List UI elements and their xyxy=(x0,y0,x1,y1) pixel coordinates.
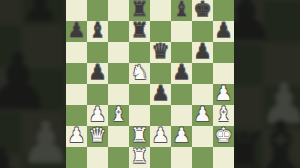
square-a1[interactable] xyxy=(66,147,87,168)
blurred-pawn-shape: ♟ xyxy=(20,0,59,28)
square-d7[interactable]: ♜ xyxy=(129,21,150,42)
black-king-g8[interactable]: ♚ xyxy=(194,0,212,20)
square-e6[interactable]: ♛ xyxy=(150,42,171,63)
square-b1[interactable] xyxy=(87,147,108,168)
square-c6[interactable] xyxy=(108,42,129,63)
square-a2[interactable]: ♟ xyxy=(66,126,87,147)
white-bishop-c3[interactable]: ♝ xyxy=(110,104,128,125)
square-a7[interactable]: ♟ xyxy=(66,21,87,42)
black-bishop-f8[interactable]: ♝ xyxy=(173,0,191,20)
square-h1[interactable] xyxy=(213,147,234,168)
square-c7[interactable] xyxy=(108,21,129,42)
white-rook-d1[interactable]: ♜ xyxy=(131,146,149,167)
square-e8[interactable] xyxy=(150,0,171,21)
square-e1[interactable] xyxy=(150,147,171,168)
square-f7[interactable] xyxy=(171,21,192,42)
white-knight-d5[interactable]: ♞ xyxy=(131,62,149,83)
square-d5[interactable]: ♞ xyxy=(129,63,150,84)
square-f8[interactable]: ♝ xyxy=(171,0,192,21)
square-c1[interactable] xyxy=(108,147,129,168)
background-blur-right: ♟♟♜♝ xyxy=(234,0,300,168)
square-b7[interactable]: ♝ xyxy=(87,21,108,42)
black-queen-e6[interactable]: ♛ xyxy=(152,41,170,62)
background-blur-left: ♟♟♟♟ xyxy=(0,0,66,168)
square-f4[interactable] xyxy=(171,84,192,105)
video-frame: ♟♟♟♟ ♜♝♚♟♝♜♟♛♟♟♞♟♟♟♟♝♟♝♟♛♜♟♟♚♜ ♟♟♜♝ xyxy=(0,0,300,168)
blurred-bishop-shape: ♝ xyxy=(250,112,300,168)
square-f2[interactable]: ♟ xyxy=(171,126,192,147)
white-bishop-h3[interactable]: ♝ xyxy=(215,104,233,125)
blurred-pawn-shape: ♟ xyxy=(20,114,66,168)
square-e2[interactable]: ♟ xyxy=(150,126,171,147)
square-c3[interactable]: ♝ xyxy=(108,105,129,126)
square-a6[interactable] xyxy=(66,42,87,63)
black-pawn-g6[interactable]: ♟ xyxy=(194,41,212,62)
blurred-pawn-shape: ♟ xyxy=(0,141,24,168)
white-pawn-f2[interactable]: ♟ xyxy=(173,125,191,146)
square-h2[interactable]: ♚ xyxy=(213,126,234,147)
black-rook-d8[interactable]: ♜ xyxy=(131,0,149,20)
square-c8[interactable] xyxy=(108,0,129,21)
square-e4[interactable]: ♟ xyxy=(150,84,171,105)
chess-board[interactable]: ♜♝♚♟♝♜♟♛♟♟♞♟♟♟♟♝♟♝♟♛♜♟♟♚♜ xyxy=(66,0,234,168)
blurred-pawn-shape: ♟ xyxy=(234,0,276,51)
square-g3[interactable]: ♟ xyxy=(192,105,213,126)
white-pawn-e2[interactable]: ♟ xyxy=(152,125,170,146)
square-g2[interactable] xyxy=(192,126,213,147)
square-g1[interactable] xyxy=(192,147,213,168)
square-c2[interactable] xyxy=(108,126,129,147)
square-f1[interactable] xyxy=(171,147,192,168)
square-g8[interactable]: ♚ xyxy=(192,0,213,21)
white-rook-d2[interactable]: ♜ xyxy=(131,125,149,146)
white-queen-b2[interactable]: ♛ xyxy=(89,125,107,146)
black-pawn-a7[interactable]: ♟ xyxy=(68,20,86,41)
white-pawn-h4[interactable]: ♟ xyxy=(215,83,233,104)
black-pawn-h7[interactable]: ♟ xyxy=(215,20,233,41)
black-rook-d7[interactable]: ♜ xyxy=(131,20,149,41)
square-b5[interactable]: ♟ xyxy=(87,63,108,84)
white-pawn-g3[interactable]: ♟ xyxy=(194,104,212,125)
square-c5[interactable] xyxy=(108,63,129,84)
square-g5[interactable] xyxy=(192,63,213,84)
white-pawn-b3[interactable]: ♟ xyxy=(89,104,107,125)
square-a5[interactable] xyxy=(66,63,87,84)
square-h7[interactable]: ♟ xyxy=(213,21,234,42)
square-f5[interactable]: ♟ xyxy=(171,63,192,84)
square-a4[interactable] xyxy=(66,84,87,105)
black-pawn-b5[interactable]: ♟ xyxy=(89,62,107,83)
white-pawn-a2[interactable]: ♟ xyxy=(68,125,86,146)
white-king-h2[interactable]: ♚ xyxy=(215,125,233,146)
square-g6[interactable]: ♟ xyxy=(192,42,213,63)
square-b2[interactable]: ♛ xyxy=(87,126,108,147)
black-pawn-e4[interactable]: ♟ xyxy=(152,83,170,104)
black-bishop-b7[interactable]: ♝ xyxy=(89,20,107,41)
square-d1[interactable]: ♜ xyxy=(129,147,150,168)
square-h6[interactable] xyxy=(213,42,234,63)
black-pawn-f5[interactable]: ♟ xyxy=(173,62,191,83)
square-d4[interactable] xyxy=(129,84,150,105)
